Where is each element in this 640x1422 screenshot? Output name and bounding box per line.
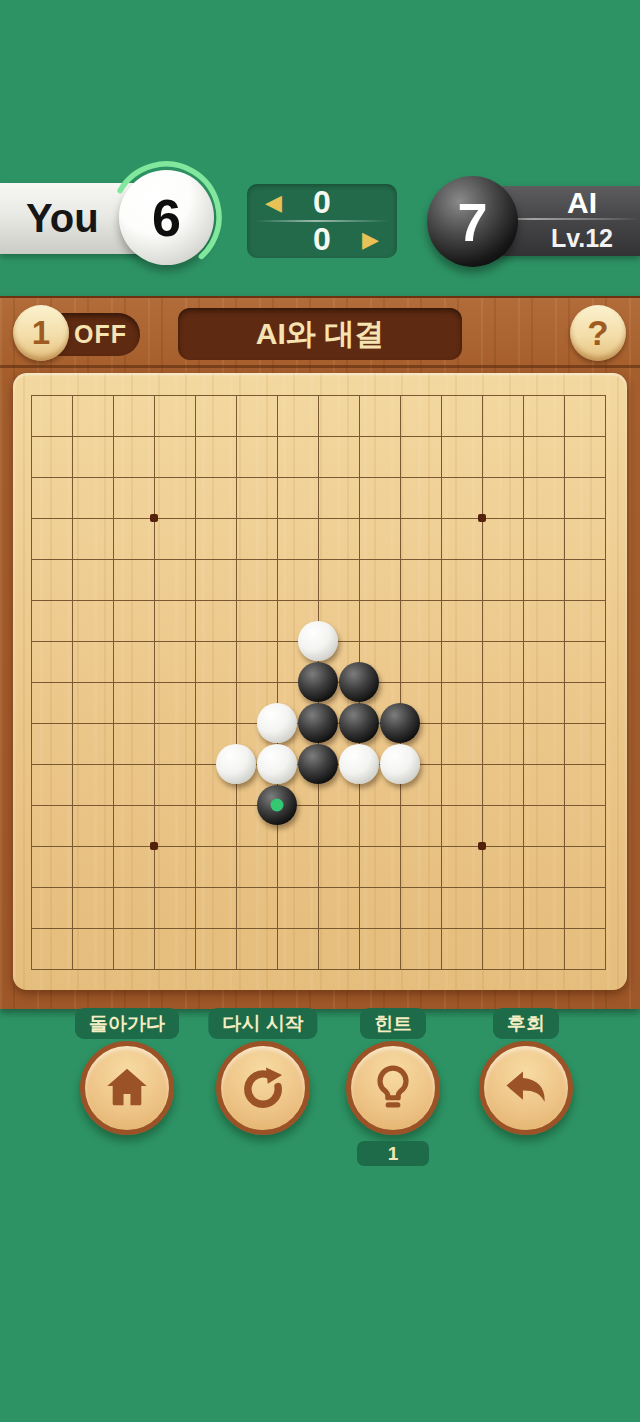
white-stone bbox=[216, 744, 256, 784]
lightbulb-icon bbox=[367, 1062, 419, 1114]
black-stone bbox=[298, 744, 338, 784]
star-point bbox=[150, 514, 158, 522]
home-button[interactable] bbox=[80, 1041, 174, 1135]
opponent-stone-count: 7 bbox=[457, 191, 487, 253]
star-point bbox=[478, 842, 486, 850]
opponent-level: Lv.12 bbox=[532, 221, 632, 255]
page-title: AI와 대결 bbox=[178, 308, 462, 360]
star-point bbox=[478, 514, 486, 522]
undo-button-label: 후회 bbox=[493, 1008, 559, 1039]
gomoku-board[interactable] bbox=[13, 373, 627, 990]
player-name: You bbox=[26, 183, 99, 254]
toggle-state-label: OFF bbox=[74, 313, 127, 356]
player-white-stone-counter: 6 bbox=[119, 170, 214, 265]
score-wins-bottom: 0 bbox=[313, 221, 331, 257]
move-number-badge[interactable]: 1 bbox=[13, 305, 69, 361]
player-stone-count: 6 bbox=[152, 188, 181, 248]
score-next-arrow-icon[interactable]: ▶ bbox=[362, 221, 379, 258]
score-wins-top: 0 bbox=[313, 184, 331, 220]
header-band: OFF 1 AI와 대결 ? bbox=[0, 298, 640, 368]
black-stone bbox=[298, 703, 338, 743]
white-stone bbox=[380, 744, 420, 784]
score-prev-arrow-icon[interactable]: ◀ bbox=[265, 184, 282, 221]
black-stone bbox=[257, 785, 297, 825]
wood-panel: OFF 1 AI와 대결 ? bbox=[0, 296, 640, 1009]
white-stone bbox=[298, 621, 338, 661]
star-point bbox=[150, 842, 158, 850]
white-stone bbox=[339, 744, 379, 784]
last-move-marker bbox=[271, 799, 284, 812]
black-stone bbox=[298, 662, 338, 702]
black-stone bbox=[339, 662, 379, 702]
opponent-black-stone-counter: 7 bbox=[427, 176, 518, 267]
match-score-box: ◀ 0 0 ▶ bbox=[247, 184, 397, 258]
white-stone bbox=[257, 703, 297, 743]
restart-button[interactable] bbox=[216, 1041, 310, 1135]
stones-layer bbox=[31, 395, 606, 970]
black-stone bbox=[380, 703, 420, 743]
hint-button-label: 힌트 bbox=[360, 1008, 426, 1039]
help-button[interactable]: ? bbox=[570, 305, 626, 361]
undo-arrow-icon bbox=[500, 1062, 552, 1114]
white-stone bbox=[257, 744, 297, 784]
restart-button-label: 다시 시작 bbox=[208, 1008, 317, 1039]
app-screen: You 6 ◀ 0 0 ▶ AI Lv.12 7 OFF 1 AI와 대결 bbox=[0, 0, 640, 1422]
hint-count-badge: 1 bbox=[357, 1141, 429, 1166]
hint-button[interactable] bbox=[346, 1041, 440, 1135]
restart-icon bbox=[237, 1062, 289, 1114]
home-button-label: 돌아가다 bbox=[75, 1008, 179, 1039]
opponent-name: AI bbox=[532, 186, 632, 220]
home-icon bbox=[101, 1062, 153, 1114]
black-stone bbox=[339, 703, 379, 743]
undo-button[interactable] bbox=[479, 1041, 573, 1135]
